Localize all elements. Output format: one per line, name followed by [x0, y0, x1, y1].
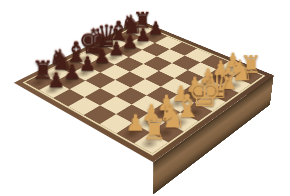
black-pawn: ♟ — [45, 70, 67, 91]
white-rook: ♜ — [141, 115, 165, 144]
chess-board-3d-group: ♜♞♝♚♛♝♞♜♟♟♟♟♟♟♟♟♟♟♟♟♟♟♟♟♜♞♝♚♛♝♞♜ — [14, 20, 274, 162]
square-e6 — [100, 65, 129, 80]
chess-board: ♜♞♝♚♛♝♞♜♟♟♟♟♟♟♟♟♟♟♟♟♟♟♟♟♜♞♝♚♛♝♞♜ — [14, 20, 274, 162]
chess-set-photo: ♜♞♝♚♛♝♞♜♟♟♟♟♟♟♟♟♟♟♟♟♟♟♟♟♜♞♝♚♛♝♞♜ — [0, 0, 290, 196]
